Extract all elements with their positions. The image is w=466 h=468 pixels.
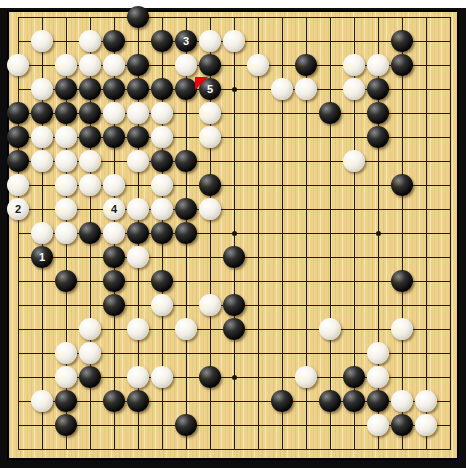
black-stone	[103, 270, 125, 292]
star-point	[376, 231, 381, 236]
white-stone	[55, 366, 77, 388]
move-number-label: 1	[31, 246, 53, 268]
black-stone	[103, 78, 125, 100]
grid-line-vertical	[330, 17, 331, 450]
white-stone	[103, 54, 125, 76]
black-stone	[151, 222, 173, 244]
white-stone	[199, 30, 221, 52]
black-stone	[175, 198, 197, 220]
white-stone	[175, 54, 197, 76]
white-stone	[199, 102, 221, 124]
black-stone	[127, 6, 149, 28]
white-stone	[343, 150, 365, 172]
white-stone	[367, 414, 389, 436]
black-stone	[7, 150, 29, 172]
white-stone	[79, 174, 101, 196]
go-app-window: 35241	[0, 0, 466, 468]
grid-line-vertical	[450, 17, 451, 450]
black-stone	[55, 102, 77, 124]
black-stone	[175, 222, 197, 244]
white-stone	[367, 342, 389, 364]
black-stone	[367, 102, 389, 124]
black-stone	[199, 366, 221, 388]
black-stone	[103, 390, 125, 412]
white-stone	[271, 78, 293, 100]
white-stone	[175, 318, 197, 340]
black-stone	[223, 294, 245, 316]
black-stone	[367, 126, 389, 148]
grid-line-vertical	[258, 17, 259, 450]
white-stone	[55, 54, 77, 76]
black-stone	[271, 390, 293, 412]
white-stone	[367, 54, 389, 76]
white-stone	[31, 126, 53, 148]
black-stone	[199, 174, 221, 196]
grid-line-vertical	[402, 17, 403, 450]
black-stone	[103, 30, 125, 52]
white-stone	[103, 102, 125, 124]
white-stone	[79, 54, 101, 76]
white-stone	[391, 318, 413, 340]
black-stone	[103, 294, 125, 316]
white-stone	[103, 174, 125, 196]
black-stone	[223, 246, 245, 268]
go-board[interactable]: 35241	[7, 10, 459, 460]
black-stone	[151, 30, 173, 52]
black-stone	[343, 366, 365, 388]
black-stone	[151, 270, 173, 292]
black-stone: 1	[31, 246, 53, 268]
black-stone	[175, 78, 197, 100]
white-stone	[55, 150, 77, 172]
move-number-label: 3	[175, 30, 197, 52]
white-stone	[31, 222, 53, 244]
white-stone	[55, 126, 77, 148]
white-stone	[151, 198, 173, 220]
white-stone	[7, 174, 29, 196]
white-stone	[319, 318, 341, 340]
white-stone	[55, 222, 77, 244]
white-stone	[55, 174, 77, 196]
black-stone	[55, 390, 77, 412]
white-stone	[79, 342, 101, 364]
black-stone	[151, 150, 173, 172]
black-stone	[391, 54, 413, 76]
black-stone	[79, 102, 101, 124]
white-stone	[55, 198, 77, 220]
grid-line-horizontal	[18, 449, 451, 450]
black-stone	[127, 54, 149, 76]
white-stone	[367, 366, 389, 388]
black-stone	[367, 390, 389, 412]
black-stone	[343, 390, 365, 412]
black-stone	[391, 414, 413, 436]
white-stone	[7, 54, 29, 76]
star-point	[232, 87, 237, 92]
black-stone	[127, 126, 149, 148]
black-stone	[367, 78, 389, 100]
white-stone	[79, 318, 101, 340]
white-stone	[103, 222, 125, 244]
move-number-label: 2	[7, 198, 29, 220]
black-stone	[79, 78, 101, 100]
white-stone	[127, 246, 149, 268]
black-stone	[391, 270, 413, 292]
white-stone	[151, 294, 173, 316]
white-stone	[79, 30, 101, 52]
black-stone	[103, 126, 125, 148]
black-stone	[127, 222, 149, 244]
black-stone	[319, 390, 341, 412]
white-stone	[31, 30, 53, 52]
grid-line-vertical	[426, 17, 427, 450]
black-stone	[7, 126, 29, 148]
black-stone	[223, 318, 245, 340]
black-stone	[319, 102, 341, 124]
white-stone	[151, 102, 173, 124]
black-stone: 3	[175, 30, 197, 52]
black-stone	[7, 102, 29, 124]
black-stone	[79, 222, 101, 244]
black-stone	[127, 390, 149, 412]
black-stone	[79, 126, 101, 148]
black-stone	[55, 78, 77, 100]
white-stone	[151, 174, 173, 196]
white-stone	[55, 342, 77, 364]
white-stone	[343, 78, 365, 100]
white-stone	[247, 54, 269, 76]
white-stone	[199, 198, 221, 220]
black-stone	[79, 366, 101, 388]
white-stone	[151, 126, 173, 148]
move-number-label: 4	[103, 198, 125, 220]
white-stone	[31, 150, 53, 172]
star-point	[232, 375, 237, 380]
black-stone	[151, 78, 173, 100]
black-stone	[295, 54, 317, 76]
black-stone	[175, 414, 197, 436]
white-stone	[151, 366, 173, 388]
white-stone	[31, 390, 53, 412]
white-stone	[295, 78, 317, 100]
black-stone	[175, 150, 197, 172]
black-stone	[199, 54, 221, 76]
white-stone	[127, 198, 149, 220]
white-stone	[295, 366, 317, 388]
white-stone	[127, 102, 149, 124]
black-stone	[55, 414, 77, 436]
star-point	[232, 231, 237, 236]
white-stone	[415, 390, 437, 412]
white-stone	[127, 150, 149, 172]
white-stone	[391, 390, 413, 412]
white-stone	[223, 30, 245, 52]
black-stone	[127, 78, 149, 100]
window-top-strip	[0, 0, 466, 8]
black-stone	[55, 270, 77, 292]
grid-line-horizontal	[18, 281, 451, 282]
white-stone: 2	[7, 198, 29, 220]
black-stone	[31, 102, 53, 124]
white-stone	[199, 126, 221, 148]
white-stone	[127, 318, 149, 340]
white-stone	[79, 150, 101, 172]
white-stone	[127, 366, 149, 388]
black-stone	[391, 30, 413, 52]
white-stone	[199, 294, 221, 316]
black-stone	[103, 246, 125, 268]
white-stone	[415, 414, 437, 436]
white-stone: 4	[103, 198, 125, 220]
white-stone	[343, 54, 365, 76]
white-stone	[31, 78, 53, 100]
black-stone	[391, 174, 413, 196]
